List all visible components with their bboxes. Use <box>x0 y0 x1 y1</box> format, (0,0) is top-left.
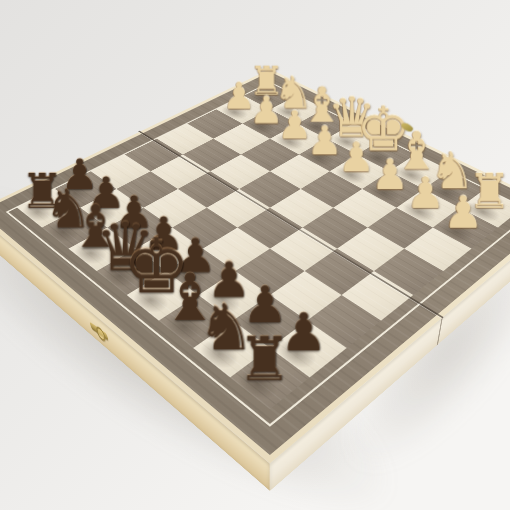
white-pawn: ♟ <box>401 190 510 234</box>
square-h4 <box>374 249 443 295</box>
brass-clasp-icon <box>89 317 112 347</box>
black-rook: ♜ <box>189 328 341 389</box>
chess-board: ♜♞♝♛♚♝♞♜♟♟♟♟♟♟♟♟♟♟♟♟♟♟♟♟♜♞♝♛♚♝♞♜ <box>0 69 510 463</box>
photo-background: ♜♞♝♛♚♝♞♜♟♟♟♟♟♟♟♟♟♟♟♟♟♟♟♟♜♞♝♛♚♝♞♜ <box>0 0 510 510</box>
scene: ♜♞♝♛♚♝♞♜♟♟♟♟♟♟♟♟♟♟♟♟♟♟♟♟♜♞♝♛♚♝♞♜ <box>0 0 510 510</box>
